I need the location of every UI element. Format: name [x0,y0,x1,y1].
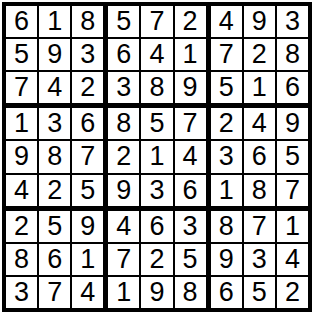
cell-r9c5[interactable]: 9 [141,277,172,308]
cell-r6c1[interactable]: 4 [6,175,37,206]
cell-r4c8[interactable]: 4 [244,108,275,139]
cell-r6c2[interactable]: 2 [39,175,70,206]
cell-r6c6[interactable]: 6 [175,175,206,206]
cell-r1c3[interactable]: 8 [72,6,103,37]
cell-r5c7[interactable]: 3 [211,141,242,172]
cell-r1c7[interactable]: 4 [211,6,242,37]
cell-r8c4[interactable]: 7 [108,244,139,275]
cell-r1c5[interactable]: 7 [141,6,172,37]
cell-r7c9[interactable]: 1 [277,211,308,242]
cell-r6c3[interactable]: 5 [72,175,103,206]
cell-r4c4[interactable]: 8 [108,108,139,139]
sudoku-box-6: 249365187 [211,108,308,205]
cell-r2c2[interactable]: 9 [39,39,70,70]
cell-r3c2[interactable]: 4 [39,72,70,103]
cell-r5c2[interactable]: 8 [39,141,70,172]
cell-r8c5[interactable]: 2 [141,244,172,275]
cell-r6c4[interactable]: 9 [108,175,139,206]
cell-r4c3[interactable]: 6 [72,108,103,139]
cell-r7c7[interactable]: 8 [211,211,242,242]
cell-r4c5[interactable]: 5 [141,108,172,139]
cell-r2c3[interactable]: 3 [72,39,103,70]
cell-r3c1[interactable]: 7 [6,72,37,103]
cell-r7c4[interactable]: 4 [108,211,139,242]
cell-r4c7[interactable]: 2 [211,108,242,139]
cell-r6c8[interactable]: 8 [244,175,275,206]
sudoku-page: 6185937425726413894937285161369874258572… [0,0,314,314]
cell-r4c2[interactable]: 3 [39,108,70,139]
cell-r5c5[interactable]: 1 [141,141,172,172]
cell-r5c3[interactable]: 7 [72,141,103,172]
sudoku-box-4: 136987425 [6,108,103,205]
cell-r8c8[interactable]: 3 [244,244,275,275]
sudoku-box-2: 572641389 [108,6,205,103]
cell-r7c1[interactable]: 2 [6,211,37,242]
cell-r1c4[interactable]: 5 [108,6,139,37]
cell-r8c1[interactable]: 8 [6,244,37,275]
cell-r3c9[interactable]: 6 [277,72,308,103]
cell-r6c9[interactable]: 7 [277,175,308,206]
cell-r9c6[interactable]: 8 [175,277,206,308]
cell-r2c7[interactable]: 7 [211,39,242,70]
cell-r8c2[interactable]: 6 [39,244,70,275]
cell-r1c9[interactable]: 3 [277,6,308,37]
cell-r8c3[interactable]: 1 [72,244,103,275]
cell-r5c8[interactable]: 6 [244,141,275,172]
sudoku-board: 6185937425726413894937285161369874258572… [2,2,312,312]
cell-r8c9[interactable]: 4 [277,244,308,275]
cell-r1c1[interactable]: 6 [6,6,37,37]
cell-r1c2[interactable]: 1 [39,6,70,37]
cell-r9c1[interactable]: 3 [6,277,37,308]
sudoku-box-7: 259861374 [6,211,103,308]
cell-r9c3[interactable]: 4 [72,277,103,308]
cell-r6c7[interactable]: 1 [211,175,242,206]
cell-r7c3[interactable]: 9 [72,211,103,242]
cell-r2c8[interactable]: 2 [244,39,275,70]
cell-r2c6[interactable]: 1 [175,39,206,70]
cell-r2c1[interactable]: 5 [6,39,37,70]
cell-r9c4[interactable]: 1 [108,277,139,308]
cell-r9c2[interactable]: 7 [39,277,70,308]
cell-r3c5[interactable]: 8 [141,72,172,103]
cell-r9c8[interactable]: 5 [244,277,275,308]
cell-r1c8[interactable]: 9 [244,6,275,37]
cell-r4c1[interactable]: 1 [6,108,37,139]
sudoku-box-9: 871934652 [211,211,308,308]
sudoku-box-5: 857214936 [108,108,205,205]
cell-r2c4[interactable]: 6 [108,39,139,70]
cell-r4c6[interactable]: 7 [175,108,206,139]
cell-r2c5[interactable]: 4 [141,39,172,70]
cell-r7c6[interactable]: 3 [175,211,206,242]
cell-r2c9[interactable]: 8 [277,39,308,70]
cell-r9c7[interactable]: 6 [211,277,242,308]
cell-r9c9[interactable]: 2 [277,277,308,308]
cell-r3c4[interactable]: 3 [108,72,139,103]
cell-r7c2[interactable]: 5 [39,211,70,242]
cell-r7c8[interactable]: 7 [244,211,275,242]
cell-r3c8[interactable]: 1 [244,72,275,103]
cell-r1c6[interactable]: 2 [175,6,206,37]
cell-r7c5[interactable]: 6 [141,211,172,242]
cell-r4c9[interactable]: 9 [277,108,308,139]
sudoku-box-3: 493728516 [211,6,308,103]
cell-r5c1[interactable]: 9 [6,141,37,172]
cell-r3c7[interactable]: 5 [211,72,242,103]
cell-r3c6[interactable]: 9 [175,72,206,103]
sudoku-box-8: 463725198 [108,211,205,308]
cell-r8c6[interactable]: 5 [175,244,206,275]
cell-r6c5[interactable]: 3 [141,175,172,206]
cell-r8c7[interactable]: 9 [211,244,242,275]
cell-r5c4[interactable]: 2 [108,141,139,172]
cell-r5c6[interactable]: 4 [175,141,206,172]
cell-r5c9[interactable]: 5 [277,141,308,172]
cell-r3c3[interactable]: 2 [72,72,103,103]
sudoku-box-1: 618593742 [6,6,103,103]
